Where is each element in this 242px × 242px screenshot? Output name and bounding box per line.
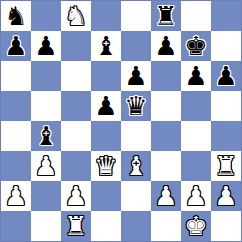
square-h5[interactable] xyxy=(211,91,241,121)
square-h8[interactable] xyxy=(211,1,241,31)
piece-black-knight[interactable]: ♞ xyxy=(1,1,31,31)
piece-black-bishop[interactable]: ♝ xyxy=(91,31,121,61)
piece-black-pawn[interactable]: ♟ xyxy=(31,31,61,61)
square-a5[interactable] xyxy=(1,91,31,121)
square-a2[interactable]: ♟ xyxy=(1,181,31,211)
square-c1[interactable]: ♜ xyxy=(61,211,91,241)
square-f4[interactable] xyxy=(151,121,181,151)
square-d1[interactable] xyxy=(91,211,121,241)
square-a8[interactable]: ♞ xyxy=(1,1,31,31)
square-f7[interactable]: ♟ xyxy=(151,31,181,61)
square-g3[interactable] xyxy=(181,151,211,181)
piece-white-pawn[interactable]: ♟ xyxy=(151,181,181,211)
piece-white-knight[interactable]: ♞ xyxy=(61,1,91,31)
piece-black-queen[interactable]: ♛ xyxy=(121,91,151,121)
square-c3[interactable] xyxy=(61,151,91,181)
square-a6[interactable] xyxy=(1,61,31,91)
square-g5[interactable] xyxy=(181,91,211,121)
square-h1[interactable] xyxy=(211,211,241,241)
piece-white-bishop[interactable]: ♝ xyxy=(121,151,151,181)
square-f3[interactable] xyxy=(151,151,181,181)
square-h3[interactable]: ♜ xyxy=(211,151,241,181)
piece-black-pawn[interactable]: ♟ xyxy=(1,31,31,61)
piece-white-queen[interactable]: ♛ xyxy=(91,151,121,181)
square-e6[interactable]: ♟ xyxy=(121,61,151,91)
piece-white-rook[interactable]: ♜ xyxy=(61,211,91,241)
square-a7[interactable]: ♟ xyxy=(1,31,31,61)
square-d5[interactable]: ♟ xyxy=(91,91,121,121)
piece-black-rook[interactable]: ♜ xyxy=(151,1,181,31)
square-d6[interactable] xyxy=(91,61,121,91)
square-e1[interactable] xyxy=(121,211,151,241)
piece-white-pawn[interactable]: ♟ xyxy=(211,181,241,211)
square-c5[interactable] xyxy=(61,91,91,121)
square-f6[interactable] xyxy=(151,61,181,91)
square-c4[interactable] xyxy=(61,121,91,151)
square-e3[interactable]: ♝ xyxy=(121,151,151,181)
piece-white-pawn[interactable]: ♟ xyxy=(61,181,91,211)
square-d2[interactable] xyxy=(91,181,121,211)
piece-white-rook[interactable]: ♜ xyxy=(211,151,241,181)
square-b2[interactable] xyxy=(31,181,61,211)
square-g2[interactable]: ♟ xyxy=(181,181,211,211)
piece-black-pawn[interactable]: ♟ xyxy=(91,91,121,121)
square-g7[interactable]: ♚ xyxy=(181,31,211,61)
square-h6[interactable]: ♟ xyxy=(211,61,241,91)
piece-black-bishop[interactable]: ♝ xyxy=(31,121,61,151)
square-e8[interactable] xyxy=(121,1,151,31)
square-b5[interactable] xyxy=(31,91,61,121)
square-d4[interactable] xyxy=(91,121,121,151)
square-d7[interactable]: ♝ xyxy=(91,31,121,61)
square-a1[interactable] xyxy=(1,211,31,241)
piece-white-pawn[interactable]: ♟ xyxy=(1,181,31,211)
piece-black-king[interactable]: ♚ xyxy=(181,31,211,61)
square-h7[interactable] xyxy=(211,31,241,61)
piece-white-pawn[interactable]: ♟ xyxy=(31,151,61,181)
square-b6[interactable] xyxy=(31,61,61,91)
square-b7[interactable]: ♟ xyxy=(31,31,61,61)
piece-black-pawn[interactable]: ♟ xyxy=(211,61,241,91)
square-f2[interactable]: ♟ xyxy=(151,181,181,211)
piece-black-pawn[interactable]: ♟ xyxy=(121,61,151,91)
piece-white-king[interactable]: ♚ xyxy=(181,211,211,241)
square-g4[interactable] xyxy=(181,121,211,151)
square-b1[interactable] xyxy=(31,211,61,241)
square-e2[interactable] xyxy=(121,181,151,211)
square-g1[interactable]: ♚ xyxy=(181,211,211,241)
square-b3[interactable]: ♟ xyxy=(31,151,61,181)
square-c7[interactable] xyxy=(61,31,91,61)
chess-board: ♞♞♜♟♟♝♟♚♟♟♟♟♛♝♟♛♝♜♟♟♟♟♟♜♚ xyxy=(0,0,242,242)
square-e5[interactable]: ♛ xyxy=(121,91,151,121)
square-c8[interactable]: ♞ xyxy=(61,1,91,31)
square-c2[interactable]: ♟ xyxy=(61,181,91,211)
square-a3[interactable] xyxy=(1,151,31,181)
square-f8[interactable]: ♜ xyxy=(151,1,181,31)
square-d8[interactable] xyxy=(91,1,121,31)
square-f5[interactable] xyxy=(151,91,181,121)
square-g6[interactable]: ♟ xyxy=(181,61,211,91)
square-g8[interactable] xyxy=(181,1,211,31)
square-b4[interactable]: ♝ xyxy=(31,121,61,151)
piece-black-pawn[interactable]: ♟ xyxy=(151,31,181,61)
square-c6[interactable] xyxy=(61,61,91,91)
piece-white-pawn[interactable]: ♟ xyxy=(181,181,211,211)
square-b8[interactable] xyxy=(31,1,61,31)
piece-black-pawn[interactable]: ♟ xyxy=(181,61,211,91)
square-h4[interactable] xyxy=(211,121,241,151)
square-a4[interactable] xyxy=(1,121,31,151)
square-e7[interactable] xyxy=(121,31,151,61)
square-e4[interactable] xyxy=(121,121,151,151)
square-d3[interactable]: ♛ xyxy=(91,151,121,181)
square-f1[interactable] xyxy=(151,211,181,241)
square-h2[interactable]: ♟ xyxy=(211,181,241,211)
